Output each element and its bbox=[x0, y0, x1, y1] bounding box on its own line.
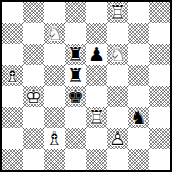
white-bishop-icon: ♗ bbox=[2, 65, 23, 86]
square-c7[interactable]: ♞♘ bbox=[44, 23, 65, 44]
chess-board: ♜♖♞♘♜♜♟♟♞♘♝♗♜♜♚♔♚♚♜♖♞♞♝♗♟♙ bbox=[0, 0, 172, 172]
square-e8[interactable] bbox=[86, 2, 107, 23]
square-d7[interactable] bbox=[65, 23, 86, 44]
piece-white-bishop-c2[interactable]: ♝♗ bbox=[44, 128, 65, 149]
square-g6[interactable] bbox=[128, 44, 149, 65]
white-king-icon: ♔ bbox=[23, 86, 44, 107]
square-e3[interactable]: ♜♖ bbox=[86, 107, 107, 128]
square-d6[interactable]: ♜♜ bbox=[65, 44, 86, 65]
square-h1[interactable] bbox=[149, 149, 170, 170]
square-h3[interactable] bbox=[149, 107, 170, 128]
piece-white-knight-c7[interactable]: ♞♘ bbox=[44, 23, 65, 44]
square-c8[interactable] bbox=[44, 2, 65, 23]
piece-white-knight-f6[interactable]: ♞♘ bbox=[107, 44, 128, 65]
black-rook-icon: ♜ bbox=[65, 44, 86, 65]
square-c5[interactable] bbox=[44, 65, 65, 86]
square-d5[interactable]: ♜♜ bbox=[65, 65, 86, 86]
square-f4[interactable] bbox=[107, 86, 128, 107]
square-b4[interactable]: ♚♔ bbox=[23, 86, 44, 107]
square-g1[interactable] bbox=[128, 149, 149, 170]
square-e6[interactable]: ♟♟ bbox=[86, 44, 107, 65]
square-h7[interactable] bbox=[149, 23, 170, 44]
piece-black-knight-g3[interactable]: ♞♞ bbox=[128, 107, 149, 128]
square-h4[interactable] bbox=[149, 86, 170, 107]
piece-black-rook-d6[interactable]: ♜♜ bbox=[65, 44, 86, 65]
square-c6[interactable] bbox=[44, 44, 65, 65]
square-b7[interactable] bbox=[23, 23, 44, 44]
square-c4[interactable] bbox=[44, 86, 65, 107]
piece-white-rook-f8[interactable]: ♜♖ bbox=[107, 2, 128, 23]
square-f3[interactable] bbox=[107, 107, 128, 128]
square-d1[interactable] bbox=[65, 149, 86, 170]
square-c3[interactable] bbox=[44, 107, 65, 128]
square-g5[interactable] bbox=[128, 65, 149, 86]
black-king-icon: ♚ bbox=[65, 86, 86, 107]
square-d4[interactable]: ♚♚ bbox=[65, 86, 86, 107]
white-pawn-icon: ♙ bbox=[107, 128, 128, 149]
white-rook-icon: ♖ bbox=[86, 107, 107, 128]
square-a5[interactable]: ♝♗ bbox=[2, 65, 23, 86]
piece-white-rook-e3[interactable]: ♜♖ bbox=[86, 107, 107, 128]
square-f2[interactable]: ♟♙ bbox=[107, 128, 128, 149]
square-c2[interactable]: ♝♗ bbox=[44, 128, 65, 149]
board-grid: ♜♖♞♘♜♜♟♟♞♘♝♗♜♜♚♔♚♚♜♖♞♞♝♗♟♙ bbox=[2, 2, 170, 170]
square-f7[interactable] bbox=[107, 23, 128, 44]
square-e5[interactable] bbox=[86, 65, 107, 86]
square-e7[interactable] bbox=[86, 23, 107, 44]
square-g7[interactable] bbox=[128, 23, 149, 44]
square-b8[interactable] bbox=[23, 2, 44, 23]
square-a4[interactable] bbox=[2, 86, 23, 107]
white-rook-icon: ♖ bbox=[107, 2, 128, 23]
square-d8[interactable] bbox=[65, 2, 86, 23]
piece-black-pawn-e6[interactable]: ♟♟ bbox=[86, 44, 107, 65]
square-f6[interactable]: ♞♘ bbox=[107, 44, 128, 65]
piece-black-rook-d5[interactable]: ♜♜ bbox=[65, 65, 86, 86]
square-d2[interactable] bbox=[65, 128, 86, 149]
square-e2[interactable] bbox=[86, 128, 107, 149]
square-a2[interactable] bbox=[2, 128, 23, 149]
square-e4[interactable] bbox=[86, 86, 107, 107]
square-h2[interactable] bbox=[149, 128, 170, 149]
square-a1[interactable] bbox=[2, 149, 23, 170]
square-b2[interactable] bbox=[23, 128, 44, 149]
square-a8[interactable] bbox=[2, 2, 23, 23]
square-g8[interactable] bbox=[128, 2, 149, 23]
square-c1[interactable] bbox=[44, 149, 65, 170]
square-b5[interactable] bbox=[23, 65, 44, 86]
white-knight-icon: ♘ bbox=[44, 23, 65, 44]
black-pawn-icon: ♟ bbox=[86, 44, 107, 65]
square-f5[interactable] bbox=[107, 65, 128, 86]
square-f1[interactable] bbox=[107, 149, 128, 170]
square-f8[interactable]: ♜♖ bbox=[107, 2, 128, 23]
square-e1[interactable] bbox=[86, 149, 107, 170]
square-h8[interactable] bbox=[149, 2, 170, 23]
white-bishop-icon: ♗ bbox=[44, 128, 65, 149]
square-a3[interactable] bbox=[2, 107, 23, 128]
piece-black-king-d4[interactable]: ♚♚ bbox=[65, 86, 86, 107]
white-knight-icon: ♘ bbox=[107, 44, 128, 65]
piece-white-king-b4[interactable]: ♚♔ bbox=[23, 86, 44, 107]
square-g3[interactable]: ♞♞ bbox=[128, 107, 149, 128]
black-rook-icon: ♜ bbox=[65, 65, 86, 86]
square-b6[interactable] bbox=[23, 44, 44, 65]
square-g4[interactable] bbox=[128, 86, 149, 107]
square-h5[interactable] bbox=[149, 65, 170, 86]
black-knight-icon: ♞ bbox=[128, 107, 149, 128]
piece-white-bishop-a5[interactable]: ♝♗ bbox=[2, 65, 23, 86]
square-a6[interactable] bbox=[2, 44, 23, 65]
square-a7[interactable] bbox=[2, 23, 23, 44]
square-d3[interactable] bbox=[65, 107, 86, 128]
square-b3[interactable] bbox=[23, 107, 44, 128]
square-h6[interactable] bbox=[149, 44, 170, 65]
square-g2[interactable] bbox=[128, 128, 149, 149]
square-b1[interactable] bbox=[23, 149, 44, 170]
piece-white-pawn-f2[interactable]: ♟♙ bbox=[107, 128, 128, 149]
